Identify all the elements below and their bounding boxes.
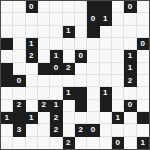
floor-cell-r7c11[interactable] <box>137 87 149 99</box>
wall-clue-cell-r0c2: 0 <box>26 1 38 13</box>
clue-number: 0 <box>128 101 132 109</box>
clue-number: 0 <box>91 15 95 23</box>
floor-cell-r4c3[interactable] <box>38 50 50 62</box>
floor-cell-r7c0[interactable] <box>1 87 13 99</box>
wall-clue-cell-r11c9: 0 <box>112 137 124 149</box>
clue-number: 1 <box>128 64 132 72</box>
clue-number: 2 <box>29 52 33 60</box>
floor-cell-r1c5[interactable] <box>63 13 75 25</box>
wall-clue-cell-r2c5: 1 <box>63 26 75 38</box>
clue-number: 2 <box>54 114 58 122</box>
wall-cell-r7c6 <box>75 87 87 99</box>
floor-cell-r7c10[interactable] <box>124 87 136 99</box>
wall-clue-cell-r11c5: 2 <box>63 137 75 149</box>
floor-cell-r2c0[interactable] <box>1 26 13 38</box>
floor-cell-r8c0[interactable] <box>1 100 13 112</box>
wall-clue-cell-r6c10: 2 <box>124 75 136 87</box>
floor-cell-r2c11[interactable] <box>137 26 149 38</box>
clue-number: 0 <box>91 126 95 134</box>
floor-cell-r11c8[interactable] <box>100 137 112 149</box>
wall-clue-cell-r8c3: 2 <box>38 100 50 112</box>
floor-cell-r6c3[interactable] <box>38 75 50 87</box>
akari-board: 000111021010210211221011213220201 <box>0 0 150 150</box>
floor-cell-r3c10[interactable] <box>124 38 136 50</box>
floor-cell-r3c3[interactable] <box>38 38 50 50</box>
wall-cell-r3c0 <box>1 38 13 50</box>
floor-cell-r5c6[interactable] <box>75 63 87 75</box>
floor-cell-r9c6[interactable] <box>75 112 87 124</box>
floor-cell-r2c1[interactable] <box>13 26 25 38</box>
floor-cell-r1c9[interactable] <box>112 13 124 25</box>
clue-number: 1 <box>54 52 58 60</box>
floor-cell-r7c2[interactable] <box>26 87 38 99</box>
wall-cell-r5c3 <box>38 63 50 75</box>
clue-number: 0 <box>54 64 58 72</box>
floor-cell-r11c3[interactable] <box>38 137 50 149</box>
wall-clue-cell-r4c10: 1 <box>124 50 136 62</box>
wall-cell-r6c0 <box>1 75 13 87</box>
wall-clue-cell-r6c1: 0 <box>13 75 25 87</box>
clue-number: 2 <box>17 101 21 109</box>
floor-cell-r4c7[interactable] <box>87 50 99 62</box>
floor-cell-r0c1[interactable] <box>13 1 25 13</box>
wall-clue-cell-r7c5: 1 <box>63 87 75 99</box>
floor-cell-r3c5[interactable] <box>63 38 75 50</box>
floor-cell-r9c3[interactable] <box>38 112 50 124</box>
wall-clue-cell-r5c4: 0 <box>50 63 62 75</box>
floor-cell-r11c6[interactable] <box>75 137 87 149</box>
wall-cell-r8c8 <box>100 100 112 112</box>
floor-cell-r5c2[interactable] <box>26 63 38 75</box>
floor-cell-r10c0[interactable] <box>1 124 13 136</box>
wall-cell-r9c11 <box>137 112 149 124</box>
floor-cell-r3c8[interactable] <box>100 38 112 50</box>
floor-cell-r6c5[interactable] <box>63 75 75 87</box>
clue-number: 2 <box>54 126 58 134</box>
floor-cell-r7c4[interactable] <box>50 87 62 99</box>
floor-cell-r4c1[interactable] <box>13 50 25 62</box>
floor-cell-r4c5[interactable] <box>63 50 75 62</box>
floor-cell-r6c7[interactable] <box>87 75 99 87</box>
floor-cell-r6c4[interactable] <box>50 75 62 87</box>
wall-cell-r9c1 <box>13 112 25 124</box>
floor-cell-r10c9[interactable] <box>112 124 124 136</box>
floor-cell-r2c10[interactable] <box>124 26 136 38</box>
wall-clue-cell-r9c4: 2 <box>50 112 62 124</box>
clue-number: 1 <box>66 27 70 35</box>
floor-cell-r3c7[interactable] <box>87 38 99 50</box>
floor-cell-r11c4[interactable] <box>50 137 62 149</box>
floor-cell-r7c3[interactable] <box>38 87 50 99</box>
clue-number: 1 <box>29 114 33 122</box>
wall-clue-cell-r10c7: 0 <box>87 124 99 136</box>
floor-cell-r6c9[interactable] <box>112 75 124 87</box>
wall-clue-cell-r9c0: 1 <box>1 112 13 124</box>
floor-cell-r8c9[interactable] <box>112 100 124 112</box>
wall-clue-cell-r0c10: 0 <box>124 1 136 13</box>
floor-cell-r2c3[interactable] <box>38 26 50 38</box>
floor-cell-r11c2[interactable] <box>26 137 38 149</box>
floor-cell-r8c7[interactable] <box>87 100 99 112</box>
clue-number: 1 <box>29 40 33 48</box>
wall-cell-r0c8 <box>100 1 112 13</box>
wall-cell-r5c0 <box>1 63 13 75</box>
wall-cell-r2c7 <box>87 26 99 38</box>
floor-cell-r3c6[interactable] <box>75 38 87 50</box>
clue-number: 0 <box>17 77 21 85</box>
floor-cell-r7c7[interactable] <box>87 87 99 99</box>
clue-number: 1 <box>4 114 8 122</box>
floor-cell-r1c2[interactable] <box>26 13 38 25</box>
floor-cell-r7c1[interactable] <box>13 87 25 99</box>
wall-clue-cell-r5c10: 1 <box>124 63 136 75</box>
floor-cell-r2c2[interactable] <box>26 26 38 38</box>
floor-cell-r1c10[interactable] <box>124 13 136 25</box>
floor-cell-r6c11[interactable] <box>137 75 149 87</box>
floor-cell-r0c11[interactable] <box>137 1 149 13</box>
floor-cell-r1c1[interactable] <box>13 13 25 25</box>
wall-cell-r8c6 <box>75 100 87 112</box>
floor-cell-r0c5[interactable] <box>63 1 75 13</box>
floor-cell-r4c0[interactable] <box>1 50 13 62</box>
floor-cell-r4c9[interactable] <box>112 50 124 62</box>
clue-number: 1 <box>115 114 119 122</box>
wall-clue-cell-r8c10: 0 <box>124 100 136 112</box>
floor-cell-r8c5[interactable] <box>63 100 75 112</box>
floor-cell-r1c4[interactable] <box>50 13 62 25</box>
clue-number: 1 <box>128 52 132 60</box>
floor-cell-r5c9[interactable] <box>112 63 124 75</box>
wall-clue-cell-r10c4: 2 <box>50 124 62 136</box>
floor-cell-r4c11[interactable] <box>137 50 149 62</box>
floor-cell-r8c2[interactable] <box>26 100 38 112</box>
floor-cell-r11c7[interactable] <box>87 137 99 149</box>
floor-cell-r5c11[interactable] <box>137 63 149 75</box>
floor-cell-r10c8[interactable] <box>100 124 112 136</box>
floor-cell-r2c4[interactable] <box>50 26 62 38</box>
floor-cell-r7c9[interactable] <box>112 87 124 99</box>
floor-cell-r0c6[interactable] <box>75 1 87 13</box>
clue-number: 0 <box>128 3 132 11</box>
wall-clue-cell-r4c4: 1 <box>50 50 62 62</box>
floor-cell-r0c0[interactable] <box>1 1 13 13</box>
floor-cell-r5c8[interactable] <box>100 63 112 75</box>
clue-number: 2 <box>78 126 82 134</box>
clue-number: 1 <box>66 89 70 97</box>
floor-cell-r3c9[interactable] <box>112 38 124 50</box>
floor-cell-r6c6[interactable] <box>75 75 87 87</box>
floor-cell-r2c9[interactable] <box>112 26 124 38</box>
clue-number: 0 <box>78 52 82 60</box>
clue-number: 1 <box>103 15 107 23</box>
floor-cell-r1c3[interactable] <box>38 13 50 25</box>
wall-clue-cell-r3c2: 1 <box>26 38 38 50</box>
floor-cell-r4c8[interactable] <box>100 50 112 62</box>
clue-number: 0 <box>141 40 145 48</box>
clue-number: 2 <box>128 77 132 85</box>
floor-cell-r10c11[interactable] <box>137 124 149 136</box>
floor-cell-r1c11[interactable] <box>137 13 149 25</box>
floor-cell-r6c8[interactable] <box>100 75 112 87</box>
wall-clue-cell-r5c5: 2 <box>63 63 75 75</box>
wall-clue-cell-r4c6: 0 <box>75 50 87 62</box>
clue-number: 0 <box>29 3 33 11</box>
wall-clue-cell-r8c4: 1 <box>50 100 62 112</box>
floor-cell-r2c8[interactable] <box>100 26 112 38</box>
floor-cell-r3c4[interactable] <box>50 38 62 50</box>
floor-cell-r1c6[interactable] <box>75 13 87 25</box>
floor-cell-r0c4[interactable] <box>50 1 62 13</box>
floor-cell-r5c7[interactable] <box>87 63 99 75</box>
clue-number: 2 <box>41 101 45 109</box>
clue-number: 2 <box>66 64 70 72</box>
wall-clue-cell-r7c8: 1 <box>100 87 112 99</box>
clue-number: 3 <box>17 126 21 134</box>
floor-cell-r10c5[interactable] <box>63 124 75 136</box>
wall-clue-cell-r4c2: 2 <box>26 50 38 62</box>
floor-cell-r2c6[interactable] <box>75 26 87 38</box>
wall-clue-cell-r9c2: 1 <box>26 112 38 124</box>
clue-number: 1 <box>103 89 107 97</box>
wall-clue-cell-r9c9: 1 <box>112 112 124 124</box>
wall-clue-cell-r10c6: 2 <box>75 124 87 136</box>
floor-cell-r5c1[interactable] <box>13 63 25 75</box>
floor-cell-r9c10[interactable] <box>124 112 136 124</box>
floor-cell-r11c0[interactable] <box>1 137 13 149</box>
floor-cell-r9c8[interactable] <box>100 112 112 124</box>
floor-cell-r1c0[interactable] <box>1 13 13 25</box>
floor-cell-r6c2[interactable] <box>26 75 38 87</box>
wall-clue-cell-r10c1: 3 <box>13 124 25 136</box>
clue-number: 1 <box>54 101 58 109</box>
floor-cell-r10c2[interactable] <box>26 124 38 136</box>
wall-clue-cell-r8c1: 2 <box>13 100 25 112</box>
clue-number: 0 <box>115 139 119 147</box>
wall-clue-cell-r11c11: 1 <box>137 137 149 149</box>
floor-cell-r0c3[interactable] <box>38 1 50 13</box>
wall-clue-cell-r1c7: 0 <box>87 13 99 25</box>
wall-clue-cell-r1c8: 1 <box>100 13 112 25</box>
floor-cell-r10c3[interactable] <box>38 124 50 136</box>
clue-number: 1 <box>141 139 145 147</box>
floor-cell-r10c10[interactable] <box>124 124 136 136</box>
clue-number: 2 <box>66 139 70 147</box>
floor-cell-r9c5[interactable] <box>63 112 75 124</box>
floor-cell-r3c1[interactable] <box>13 38 25 50</box>
floor-cell-r9c7[interactable] <box>87 112 99 124</box>
floor-cell-r8c11[interactable] <box>137 100 149 112</box>
wall-clue-cell-r3c11: 0 <box>137 38 149 50</box>
floor-cell-r11c1[interactable] <box>13 137 25 149</box>
wall-cell-r0c7 <box>87 1 99 13</box>
floor-cell-r0c9[interactable] <box>112 1 124 13</box>
floor-cell-r11c10[interactable] <box>124 137 136 149</box>
